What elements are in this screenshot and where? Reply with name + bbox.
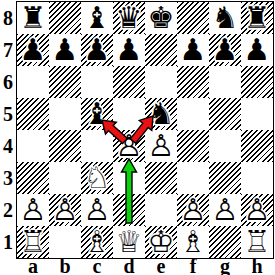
square-h3[interactable] [241,162,273,194]
square-d1[interactable]: ♛♕ [113,226,145,258]
rank-label-1: 1 [0,226,16,258]
white-pawn-d4[interactable]: ♟♙ [113,130,145,162]
white-bishop-c1[interactable]: ♝♗ [81,226,113,258]
white-queen-d1[interactable]: ♛♕ [113,226,145,258]
black-pawn-g7[interactable]: ♟ [209,34,241,66]
square-h4[interactable] [241,130,273,162]
piece-glyph: ♛ [113,2,145,34]
piece-glyph: ♜ [241,2,273,34]
square-e1[interactable]: ♚♔ [145,226,177,258]
piece-outline-glyph: ♖ [17,226,49,258]
square-g1[interactable] [209,226,241,258]
rank-label-4: 4 [0,130,16,162]
square-f7[interactable]: ♟ [177,34,209,66]
rank-label-6: 6 [0,66,16,98]
piece-outline-glyph: ♙ [81,194,113,226]
square-c5[interactable]: ♝ [81,98,113,130]
piece-glyph: ♜ [17,2,49,34]
piece-outline-glyph: ♙ [209,194,241,226]
piece-glyph: ♟ [241,34,273,66]
white-pawn-c2[interactable]: ♟♙ [81,194,113,226]
black-pawn-a7[interactable]: ♟ [17,34,49,66]
white-knight-c3[interactable]: ♞♘ [81,162,113,194]
piece-glyph: ♝ [81,2,113,34]
piece-glyph: ♟ [113,34,145,66]
square-e3[interactable] [145,162,177,194]
square-h8[interactable]: ♜ [241,2,273,34]
black-bishop-c5[interactable]: ♝ [81,98,113,130]
piece-outline-glyph: ♙ [49,194,81,226]
square-f2[interactable]: ♟♙ [177,194,209,226]
square-g3[interactable] [209,162,241,194]
white-pawn-e4[interactable]: ♟♙ [145,130,177,162]
file-labels: abcdefgh [17,258,273,275]
file-label-d: d [113,258,145,275]
rank-labels: 87654321 [0,2,16,258]
black-pawn-h7[interactable]: ♟ [241,34,273,66]
square-a6[interactable] [17,66,49,98]
square-a8[interactable]: ♜ [17,2,49,34]
square-e2[interactable] [145,194,177,226]
rank-label-5: 5 [0,98,16,130]
square-h6[interactable] [241,66,273,98]
piece-outline-glyph: ♗ [177,226,209,258]
square-d5[interactable] [113,98,145,130]
square-h2[interactable]: ♟♙ [241,194,273,226]
square-g8[interactable]: ♞ [209,2,241,34]
rank-label-8: 8 [0,2,16,34]
square-a4[interactable] [17,130,49,162]
white-pawn-h2[interactable]: ♟♙ [241,194,273,226]
square-e6[interactable] [145,66,177,98]
black-knight-e5[interactable]: ♞ [145,98,177,130]
square-b2[interactable]: ♟♙ [49,194,81,226]
square-d2[interactable] [113,194,145,226]
rank-label-3: 3 [0,162,16,194]
square-f8[interactable] [177,2,209,34]
square-h1[interactable]: ♜♖ [241,226,273,258]
square-c6[interactable] [81,66,113,98]
square-h7[interactable]: ♟ [241,34,273,66]
black-rook-a8[interactable]: ♜ [17,2,49,34]
white-king-e1[interactable]: ♚♔ [145,226,177,258]
black-king-e8[interactable]: ♚ [145,2,177,34]
piece-outline-glyph: ♙ [145,130,177,162]
black-pawn-c7[interactable]: ♟ [81,34,113,66]
piece-outline-glyph: ♔ [145,226,177,258]
black-pawn-f7[interactable]: ♟ [177,34,209,66]
file-label-b: b [49,258,81,275]
square-c3[interactable]: ♞♘ [81,162,113,194]
black-knight-g8[interactable]: ♞ [209,2,241,34]
square-e8[interactable]: ♚ [145,2,177,34]
file-label-f: f [177,258,209,275]
white-pawn-g2[interactable]: ♟♙ [209,194,241,226]
piece-outline-glyph: ♘ [81,162,113,194]
white-pawn-f2[interactable]: ♟♙ [177,194,209,226]
square-d6[interactable] [113,66,145,98]
square-a7[interactable]: ♟ [17,34,49,66]
file-label-c: c [81,258,113,275]
black-pawn-d7[interactable]: ♟ [113,34,145,66]
square-a2[interactable]: ♟♙ [17,194,49,226]
piece-outline-glyph: ♙ [113,130,145,162]
piece-outline-glyph: ♙ [241,194,273,226]
piece-glyph: ♟ [49,34,81,66]
black-queen-d8[interactable]: ♛ [113,2,145,34]
white-rook-a1[interactable]: ♜♖ [17,226,49,258]
piece-glyph: ♝ [81,98,113,130]
piece-glyph: ♟ [177,34,209,66]
piece-glyph: ♟ [209,34,241,66]
square-c2[interactable]: ♟♙ [81,194,113,226]
piece-glyph: ♟ [17,34,49,66]
square-g5[interactable] [209,98,241,130]
piece-glyph: ♟ [81,34,113,66]
square-f1[interactable]: ♝♗ [177,226,209,258]
square-b8[interactable] [49,2,81,34]
square-b5[interactable] [49,98,81,130]
file-label-h: h [241,258,273,275]
square-f4[interactable] [177,130,209,162]
piece-outline-glyph: ♖ [241,226,273,258]
square-d7[interactable]: ♟ [113,34,145,66]
piece-outline-glyph: ♙ [177,194,209,226]
white-rook-h1[interactable]: ♜♖ [241,226,273,258]
square-b7[interactable]: ♟ [49,34,81,66]
piece-glyph: ♞ [209,2,241,34]
chess-board: ♜♝♛♚♞♜♟♟♟♟♟♟♟♝♞♟♙♟♙♞♘♟♙♟♙♟♙♟♙♟♙♟♙♜♖♝♗♛♕♚… [16,1,274,259]
square-b4[interactable] [49,130,81,162]
square-a3[interactable] [17,162,49,194]
square-b3[interactable] [49,162,81,194]
square-e4[interactable]: ♟♙ [145,130,177,162]
rank-label-7: 7 [0,34,16,66]
square-d4[interactable]: ♟♙ [113,130,145,162]
square-g2[interactable]: ♟♙ [209,194,241,226]
black-bishop-c8[interactable]: ♝ [81,2,113,34]
file-label-g: g [209,258,241,275]
square-g4[interactable] [209,130,241,162]
square-b6[interactable] [49,66,81,98]
square-f3[interactable] [177,162,209,194]
white-pawn-b2[interactable]: ♟♙ [49,194,81,226]
square-c1[interactable]: ♝♗ [81,226,113,258]
rank-label-2: 2 [0,194,16,226]
piece-outline-glyph: ♗ [81,226,113,258]
chess-diagram: 87654321 ♜♝♛♚♞♜♟♟♟♟♟♟♟♝♞♟♙♟♙♞♘♟♙♟♙♟♙♟♙♟♙… [0,0,275,275]
piece-outline-glyph: ♕ [113,226,145,258]
file-label-e: e [145,258,177,275]
square-g7[interactable]: ♟ [209,34,241,66]
square-c7[interactable]: ♟ [81,34,113,66]
piece-outline-glyph: ♙ [17,194,49,226]
square-d3[interactable] [113,162,145,194]
square-g6[interactable] [209,66,241,98]
board-grid: ♜♝♛♚♞♜♟♟♟♟♟♟♟♝♞♟♙♟♙♞♘♟♙♟♙♟♙♟♙♟♙♟♙♜♖♝♗♛♕♚… [17,2,273,258]
square-h5[interactable] [241,98,273,130]
file-label-a: a [17,258,49,275]
piece-glyph: ♞ [145,98,177,130]
square-b1[interactable] [49,226,81,258]
square-e7[interactable] [145,34,177,66]
square-a5[interactable] [17,98,49,130]
square-e5[interactable]: ♞ [145,98,177,130]
white-bishop-f1[interactable]: ♝♗ [177,226,209,258]
square-a1[interactable]: ♜♖ [17,226,49,258]
square-c8[interactable]: ♝ [81,2,113,34]
white-pawn-a2[interactable]: ♟♙ [17,194,49,226]
square-c4[interactable] [81,130,113,162]
square-f5[interactable] [177,98,209,130]
piece-glyph: ♚ [145,2,177,34]
black-pawn-b7[interactable]: ♟ [49,34,81,66]
black-rook-h8[interactable]: ♜ [241,2,273,34]
square-d8[interactable]: ♛ [113,2,145,34]
square-f6[interactable] [177,66,209,98]
